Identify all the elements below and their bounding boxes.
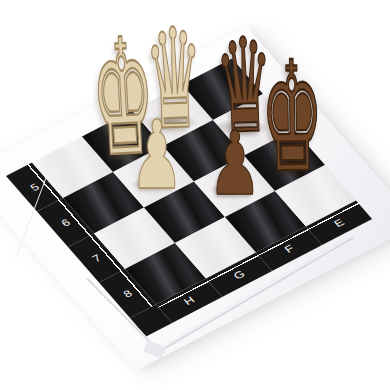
piece-white-pawn: ♟ (130, 109, 184, 204)
piece-black-king: ♚ (259, 42, 324, 195)
pieces-layer: ♚♛♟♚♛♟ (0, 0, 390, 390)
product-photo: 5678HGFE ♚♛♟♚♛♟ (0, 0, 390, 390)
piece-black-pawn: ♟ (208, 120, 262, 208)
